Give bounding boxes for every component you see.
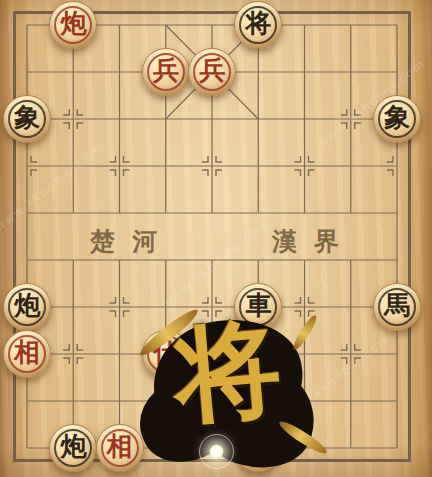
piece-red-10[interactable]: 仕 bbox=[142, 330, 190, 378]
intersection-3-6[interactable] bbox=[143, 283, 189, 330]
intersection-3-9[interactable] bbox=[143, 424, 189, 471]
intersection-7-6[interactable] bbox=[328, 283, 374, 330]
intersection-4-0[interactable] bbox=[189, 1, 235, 48]
piece-black-4[interactable]: 象 bbox=[3, 95, 51, 143]
intersection-6-8[interactable] bbox=[282, 377, 328, 424]
intersection-4-7[interactable] bbox=[189, 330, 235, 377]
piece-glyph: 兵 bbox=[153, 58, 179, 84]
piece-glyph: 象 bbox=[14, 105, 40, 131]
intersection-1-1[interactable] bbox=[50, 48, 96, 95]
piece-glyph: 馬 bbox=[245, 434, 271, 460]
intersection-8-1[interactable] bbox=[374, 48, 420, 95]
intersection-4-2[interactable] bbox=[189, 95, 235, 142]
piece-glyph: 相 bbox=[14, 340, 40, 366]
piece-red-13[interactable]: 相 bbox=[96, 424, 144, 472]
intersection-7-4[interactable] bbox=[328, 189, 374, 236]
intersection-7-2[interactable] bbox=[328, 95, 374, 142]
intersection-6-4[interactable] bbox=[282, 189, 328, 236]
intersection-7-7[interactable] bbox=[328, 330, 374, 377]
intersection-1-7[interactable] bbox=[50, 330, 96, 377]
intersection-0-3[interactable] bbox=[4, 142, 50, 189]
intersection-2-5[interactable] bbox=[97, 236, 143, 283]
piece-glyph: 炮 bbox=[60, 434, 86, 460]
intersection-0-5[interactable] bbox=[4, 236, 50, 283]
intersection-2-0[interactable] bbox=[97, 1, 143, 48]
intersection-2-1[interactable] bbox=[97, 48, 143, 95]
piece-red-2[interactable]: 兵 bbox=[142, 48, 190, 96]
intersection-0-8[interactable] bbox=[4, 377, 50, 424]
intersection-6-9[interactable] bbox=[282, 424, 328, 471]
intersection-6-3[interactable] bbox=[282, 142, 328, 189]
intersection-6-5[interactable] bbox=[282, 236, 328, 283]
intersection-0-9[interactable] bbox=[4, 424, 50, 471]
intersection-1-2[interactable] bbox=[50, 95, 96, 142]
intersection-7-8[interactable] bbox=[328, 377, 374, 424]
intersection-1-6[interactable] bbox=[50, 283, 96, 330]
intersection-8-7[interactable] bbox=[374, 330, 420, 377]
intersection-0-1[interactable] bbox=[4, 48, 50, 95]
intersection-5-2[interactable] bbox=[235, 95, 281, 142]
intersection-3-8[interactable] bbox=[143, 377, 189, 424]
xiangqi-board-screen: 楚河 漢界 炮将兵兵象象炮車馬相仕車炮相馬 www.kkhome.com www… bbox=[0, 0, 432, 477]
intersection-2-8[interactable] bbox=[97, 377, 143, 424]
intersection-1-8[interactable] bbox=[50, 377, 96, 424]
intersection-8-3[interactable] bbox=[374, 142, 420, 189]
piece-black-5[interactable]: 象 bbox=[373, 95, 421, 143]
intersection-7-9[interactable] bbox=[328, 424, 374, 471]
intersection-0-0[interactable] bbox=[4, 1, 50, 48]
intersection-7-0[interactable] bbox=[328, 1, 374, 48]
piece-glyph: 車 bbox=[245, 293, 271, 319]
piece-glyph: 車 bbox=[245, 340, 271, 366]
intersection-2-3[interactable] bbox=[97, 142, 143, 189]
piece-glyph: 兵 bbox=[199, 58, 225, 84]
intersection-2-2[interactable] bbox=[97, 95, 143, 142]
intersection-8-9[interactable] bbox=[374, 424, 420, 471]
intersection-8-5[interactable] bbox=[374, 236, 420, 283]
intersection-6-2[interactable] bbox=[282, 95, 328, 142]
piece-red-3[interactable]: 兵 bbox=[188, 48, 236, 96]
intersection-4-8[interactable] bbox=[189, 377, 235, 424]
piece-black-12[interactable]: 炮 bbox=[49, 424, 97, 472]
intersection-6-7[interactable] bbox=[282, 330, 328, 377]
piece-black-14[interactable]: 馬 bbox=[234, 424, 282, 472]
piece-black-1[interactable]: 将 bbox=[234, 1, 282, 49]
intersection-5-5[interactable] bbox=[235, 236, 281, 283]
piece-glyph: 将 bbox=[245, 11, 271, 37]
piece-black-7[interactable]: 車 bbox=[234, 283, 282, 331]
piece-glyph: 炮 bbox=[60, 11, 86, 37]
glow-dot bbox=[209, 444, 224, 459]
intersection-3-0[interactable] bbox=[143, 1, 189, 48]
piece-glyph: 馬 bbox=[384, 293, 410, 319]
piece-glyph: 炮 bbox=[14, 293, 40, 319]
intersection-3-3[interactable] bbox=[143, 142, 189, 189]
intersection-7-3[interactable] bbox=[328, 142, 374, 189]
intersection-4-5[interactable] bbox=[189, 236, 235, 283]
intersection-6-0[interactable] bbox=[282, 1, 328, 48]
piece-black-8[interactable]: 馬 bbox=[373, 283, 421, 331]
piece-red-0[interactable]: 炮 bbox=[49, 1, 97, 49]
piece-black-6[interactable]: 炮 bbox=[3, 283, 51, 331]
intersection-3-2[interactable] bbox=[143, 95, 189, 142]
intersection-6-6[interactable] bbox=[282, 283, 328, 330]
intersection-3-4[interactable] bbox=[143, 189, 189, 236]
intersection-4-3[interactable] bbox=[189, 142, 235, 189]
piece-glyph: 相 bbox=[107, 434, 133, 460]
intersection-5-3[interactable] bbox=[235, 142, 281, 189]
intersection-1-4[interactable] bbox=[50, 189, 96, 236]
intersection-1-5[interactable] bbox=[50, 236, 96, 283]
intersection-3-5[interactable] bbox=[143, 236, 189, 283]
intersection-4-4[interactable] bbox=[189, 189, 235, 236]
intersection-6-1[interactable] bbox=[282, 48, 328, 95]
piece-glyph: 象 bbox=[384, 105, 410, 131]
intersection-8-0[interactable] bbox=[374, 1, 420, 48]
piece-red-9[interactable]: 相 bbox=[3, 330, 51, 378]
intersection-2-4[interactable] bbox=[97, 189, 143, 236]
intersection-0-4[interactable] bbox=[4, 189, 50, 236]
piece-glyph: 仕 bbox=[153, 340, 179, 366]
piece-red-11[interactable]: 車 bbox=[234, 330, 282, 378]
intersection-4-6[interactable] bbox=[189, 283, 235, 330]
intersection-2-6[interactable] bbox=[97, 283, 143, 330]
intersection-2-7[interactable] bbox=[97, 330, 143, 377]
intersection-5-4[interactable] bbox=[235, 189, 281, 236]
intersection-7-5[interactable] bbox=[328, 236, 374, 283]
board-intersections[interactable]: 炮将兵兵象象炮車馬相仕車炮相馬 bbox=[4, 1, 420, 471]
intersection-5-8[interactable] bbox=[235, 377, 281, 424]
intersection-7-1[interactable] bbox=[328, 48, 374, 95]
intersection-8-8[interactable] bbox=[374, 377, 420, 424]
intersection-8-4[interactable] bbox=[374, 189, 420, 236]
intersection-1-3[interactable] bbox=[50, 142, 96, 189]
intersection-5-1[interactable] bbox=[235, 48, 281, 95]
